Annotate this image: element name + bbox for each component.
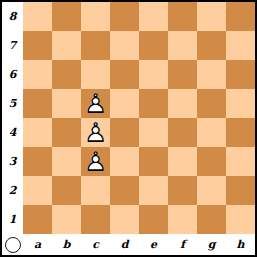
square-d6[interactable]: [110, 60, 139, 89]
square-b7[interactable]: [52, 31, 81, 60]
square-c7[interactable]: [81, 31, 110, 60]
file-label-a: a: [23, 234, 52, 255]
square-g4[interactable]: [197, 118, 226, 147]
square-b2[interactable]: [52, 176, 81, 205]
square-g5[interactable]: [197, 89, 226, 118]
square-g6[interactable]: [197, 60, 226, 89]
square-e7[interactable]: [139, 31, 168, 60]
square-d3[interactable]: [110, 147, 139, 176]
square-c3[interactable]: ♟♙: [81, 147, 110, 176]
square-a6[interactable]: [23, 60, 52, 89]
file-label-g: g: [197, 234, 226, 255]
square-a8[interactable]: [23, 2, 52, 31]
square-e1[interactable]: [139, 205, 168, 234]
square-f2[interactable]: [168, 176, 197, 205]
rank-label-2: 2: [2, 176, 23, 205]
white-to-move-circle-icon: [5, 237, 21, 253]
square-a5[interactable]: [23, 89, 52, 118]
square-f3[interactable]: [168, 147, 197, 176]
square-h7[interactable]: [226, 31, 255, 60]
square-b3[interactable]: [52, 147, 81, 176]
square-g3[interactable]: [197, 147, 226, 176]
file-labels: abcdefgh: [23, 234, 255, 255]
square-h5[interactable]: [226, 89, 255, 118]
rank-label-7: 7: [2, 31, 23, 60]
square-e8[interactable]: [139, 2, 168, 31]
white-pawn-outline-icon: ♙: [83, 119, 107, 146]
piece-white-pawn-c3[interactable]: ♟♙: [81, 147, 110, 176]
square-a4[interactable]: [23, 118, 52, 147]
square-g8[interactable]: [197, 2, 226, 31]
square-b8[interactable]: [52, 2, 81, 31]
square-e2[interactable]: [139, 176, 168, 205]
rank-label-8: 8: [2, 2, 23, 31]
square-e5[interactable]: [139, 89, 168, 118]
rank-label-4: 4: [2, 118, 23, 147]
square-a2[interactable]: [23, 176, 52, 205]
square-h1[interactable]: [226, 205, 255, 234]
square-g2[interactable]: [197, 176, 226, 205]
square-e3[interactable]: [139, 147, 168, 176]
file-label-f: f: [168, 234, 197, 255]
square-d5[interactable]: [110, 89, 139, 118]
white-pawn-outline-icon: ♙: [83, 90, 107, 117]
square-b4[interactable]: [52, 118, 81, 147]
square-h2[interactable]: [226, 176, 255, 205]
square-g7[interactable]: [197, 31, 226, 60]
square-a3[interactable]: [23, 147, 52, 176]
square-d8[interactable]: [110, 2, 139, 31]
square-f5[interactable]: [168, 89, 197, 118]
square-f7[interactable]: [168, 31, 197, 60]
file-label-h: h: [226, 234, 255, 255]
square-c4[interactable]: ♟♙: [81, 118, 110, 147]
square-c6[interactable]: [81, 60, 110, 89]
square-d2[interactable]: [110, 176, 139, 205]
file-label-e: e: [139, 234, 168, 255]
square-b1[interactable]: [52, 205, 81, 234]
piece-white-pawn-c5[interactable]: ♟♙: [81, 89, 110, 118]
square-c8[interactable]: [81, 2, 110, 31]
file-label-d: d: [110, 234, 139, 255]
square-h4[interactable]: [226, 118, 255, 147]
piece-white-pawn-c4[interactable]: ♟♙: [81, 118, 110, 147]
side-to-move-indicator: [2, 234, 23, 255]
square-d4[interactable]: [110, 118, 139, 147]
file-label-b: b: [52, 234, 81, 255]
rank-label-1: 1: [2, 205, 23, 234]
square-h3[interactable]: [226, 147, 255, 176]
chess-board: ♟♙♟♙♟♙: [23, 2, 255, 234]
square-f8[interactable]: [168, 2, 197, 31]
rank-label-6: 6: [2, 60, 23, 89]
chess-diagram: 87654321 ♟♙♟♙♟♙ abcdefgh: [0, 0, 257, 257]
square-f4[interactable]: [168, 118, 197, 147]
square-c1[interactable]: [81, 205, 110, 234]
square-e4[interactable]: [139, 118, 168, 147]
square-b6[interactable]: [52, 60, 81, 89]
rank-label-3: 3: [2, 147, 23, 176]
white-pawn-outline-icon: ♙: [83, 148, 107, 175]
rank-labels: 87654321: [2, 2, 23, 234]
square-f1[interactable]: [168, 205, 197, 234]
square-h8[interactable]: [226, 2, 255, 31]
square-d1[interactable]: [110, 205, 139, 234]
rank-label-5: 5: [2, 89, 23, 118]
square-c2[interactable]: [81, 176, 110, 205]
square-c5[interactable]: ♟♙: [81, 89, 110, 118]
square-b5[interactable]: [52, 89, 81, 118]
square-d7[interactable]: [110, 31, 139, 60]
square-e6[interactable]: [139, 60, 168, 89]
square-g1[interactable]: [197, 205, 226, 234]
square-f6[interactable]: [168, 60, 197, 89]
square-a1[interactable]: [23, 205, 52, 234]
square-a7[interactable]: [23, 31, 52, 60]
file-label-c: c: [81, 234, 110, 255]
square-h6[interactable]: [226, 60, 255, 89]
